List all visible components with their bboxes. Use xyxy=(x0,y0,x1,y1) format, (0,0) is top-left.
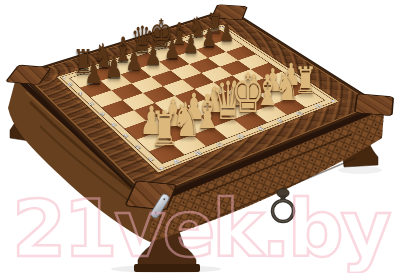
ring-highlight xyxy=(273,201,294,222)
hardware-illustration xyxy=(0,0,400,273)
product-photo-chess-table: ◆ ◆ ◆ ◆ 12345678ABCDEFGH ♜♞♝♛♚♝♞♜♟♟♟♟♟♟♟… xyxy=(0,0,400,273)
drawer-latch xyxy=(150,193,171,219)
